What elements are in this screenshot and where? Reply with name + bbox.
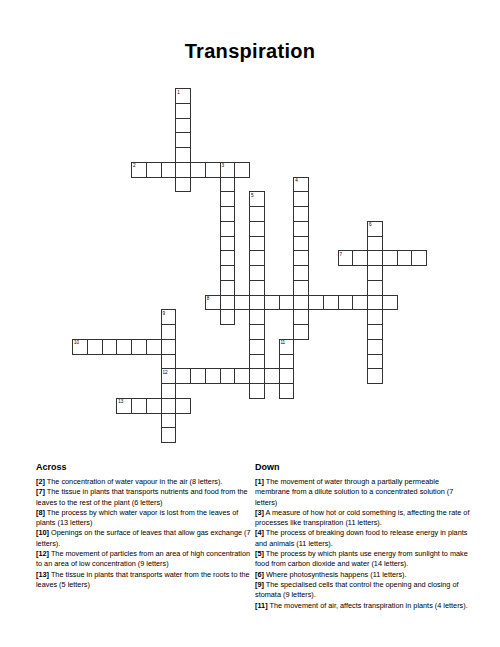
grid-cell[interactable] — [249, 383, 265, 399]
grid-cell[interactable] — [367, 324, 383, 340]
grid-cell[interactable] — [161, 398, 177, 414]
grid-cell[interactable] — [220, 177, 236, 193]
grid-cell[interactable] — [205, 368, 221, 384]
puzzle-page: Transpiration 12345678910111213 Across [… — [0, 0, 500, 647]
clue-number-label: [13] — [36, 570, 49, 579]
grid-cell[interactable] — [279, 295, 295, 311]
clue-item: [1] The movement of water through a part… — [255, 477, 471, 508]
grid-cell[interactable]: 13 — [116, 398, 132, 414]
grid-cell[interactable] — [411, 250, 427, 266]
grid-cell[interactable] — [352, 250, 368, 266]
down-heading: Down — [255, 462, 471, 472]
grid-cell[interactable]: 4 — [293, 177, 309, 193]
clue-item: [3] A measure of how hot or cold somethi… — [255, 508, 471, 529]
grid-cell[interactable] — [382, 250, 398, 266]
grid-cell[interactable] — [293, 309, 309, 325]
clue-number: 8 — [207, 296, 209, 301]
clue-item: [8] The process by which water vapor is … — [36, 508, 251, 529]
grid-cell[interactable] — [220, 295, 236, 311]
down-section: Down [1] The movement of water through a… — [255, 462, 471, 611]
clue-item: [7] The tissue in plants that transports… — [36, 487, 251, 508]
clue-number: 4 — [295, 178, 297, 183]
grid-cell[interactable] — [293, 236, 309, 252]
grid-cell[interactable] — [161, 324, 177, 340]
grid-cell[interactable] — [175, 368, 191, 384]
grid-cell[interactable]: 8 — [205, 295, 221, 311]
grid-cell[interactable] — [249, 206, 265, 222]
grid-cell[interactable] — [220, 191, 236, 207]
clue-number-label: [1] — [255, 477, 264, 486]
clue-number: 5 — [251, 193, 253, 198]
grid-cell[interactable] — [234, 295, 250, 311]
grid-cell[interactable] — [116, 339, 132, 355]
clue-number-label: [10] — [36, 528, 49, 537]
grid-cell[interactable] — [249, 250, 265, 266]
grid-cell[interactable] — [249, 280, 265, 296]
grid-cell[interactable] — [264, 368, 280, 384]
clue-number-label: [11] — [255, 601, 268, 610]
grid-cell[interactable] — [367, 309, 383, 325]
clue-number-label: [6] — [255, 570, 264, 579]
grid-cell[interactable] — [131, 339, 147, 355]
grid-cell[interactable] — [293, 250, 309, 266]
clue-item: [10] Openings on the surface of leaves t… — [36, 528, 251, 549]
grid-cell[interactable] — [175, 147, 191, 163]
grid-cell[interactable] — [249, 265, 265, 281]
clue-number: 13 — [118, 399, 123, 404]
clue-number: 12 — [163, 370, 168, 375]
clue-number-label: [3] — [255, 508, 264, 517]
clue-number: 2 — [133, 163, 135, 168]
clue-item: [2] The concentration of water vapour in… — [36, 477, 251, 487]
puzzle-title: Transpiration — [0, 40, 500, 63]
grid-cell[interactable] — [161, 383, 177, 399]
grid-cell[interactable] — [190, 368, 206, 384]
grid-cell[interactable] — [234, 162, 250, 178]
down-clue-list: [1] The movement of water through a part… — [255, 477, 471, 611]
grid-cell[interactable] — [293, 191, 309, 207]
clue-number-label: [12] — [36, 549, 49, 558]
clue-item: [12] The movement of particles from an a… — [36, 549, 251, 570]
clue-item: [11] The movement of air, affects transp… — [255, 601, 471, 611]
grid-cell[interactable] — [293, 206, 309, 222]
grid-cell[interactable] — [220, 265, 236, 281]
clue-number-label: [5] — [255, 549, 264, 558]
grid-cell[interactable] — [220, 309, 236, 325]
grid-cell[interactable] — [175, 132, 191, 148]
grid-cell[interactable] — [220, 280, 236, 296]
clue-item: [9] The specialised cells that control t… — [255, 580, 471, 601]
grid-cell[interactable]: 12 — [161, 368, 177, 384]
grid-cell[interactable] — [175, 177, 191, 193]
clue-number-label: [4] — [255, 528, 264, 537]
clue-number-label: [7] — [36, 487, 45, 496]
grid-cell[interactable] — [190, 162, 206, 178]
grid-cell[interactable] — [161, 427, 177, 443]
grid-cell[interactable] — [249, 339, 265, 355]
grid-cell[interactable] — [293, 280, 309, 296]
grid-cell[interactable] — [161, 354, 177, 370]
across-heading: Across — [36, 462, 251, 472]
grid-cell[interactable] — [220, 206, 236, 222]
grid-cell[interactable] — [367, 354, 383, 370]
clue-number: 6 — [369, 222, 371, 227]
across-section: Across [2] The concentration of water va… — [36, 462, 251, 590]
grid-cell[interactable] — [367, 280, 383, 296]
grid-cell[interactable] — [367, 339, 383, 355]
clue-item: [13] The tissue in plants that transport… — [36, 570, 251, 591]
grid-cell[interactable] — [382, 295, 398, 311]
grid-cell[interactable] — [279, 383, 295, 399]
grid-cell[interactable] — [131, 398, 147, 414]
clue-number: 10 — [74, 340, 79, 345]
grid-cell[interactable] — [293, 295, 309, 311]
clue-item: [5] The process by which plants use ener… — [255, 549, 471, 570]
grid-cell[interactable] — [249, 295, 265, 311]
grid-cell[interactable] — [397, 250, 413, 266]
grid-cell[interactable] — [175, 103, 191, 119]
grid-cell[interactable] — [367, 368, 383, 384]
grid-cell[interactable] — [249, 309, 265, 325]
clue-item: [6] Where photosynthesis happens (11 let… — [255, 570, 471, 580]
grid-cell[interactable] — [220, 236, 236, 252]
grid-cell[interactable] — [87, 339, 103, 355]
clue-number-label: [9] — [255, 580, 264, 589]
grid-cell[interactable]: 5 — [249, 191, 265, 207]
crossword-grid: 12345678910111213 — [72, 88, 428, 444]
grid-cell[interactable] — [161, 162, 177, 178]
grid-cell[interactable]: 6 — [367, 221, 383, 237]
grid-cell[interactable] — [293, 324, 309, 340]
grid-cell[interactable] — [367, 236, 383, 252]
grid-cell[interactable]: 3 — [220, 162, 236, 178]
across-clue-list: [2] The concentration of water vapour in… — [36, 477, 251, 590]
grid-cell[interactable] — [220, 250, 236, 266]
grid-cell[interactable] — [161, 413, 177, 429]
grid-cell[interactable] — [264, 295, 280, 311]
grid-cell[interactable] — [146, 398, 162, 414]
grid-cell[interactable] — [175, 118, 191, 134]
grid-cell[interactable]: 11 — [279, 339, 295, 355]
grid-cell[interactable] — [367, 265, 383, 281]
grid-cell[interactable] — [175, 162, 191, 178]
clue-number: 7 — [340, 252, 342, 257]
grid-cell[interactable] — [249, 368, 265, 384]
grid-cell[interactable] — [308, 295, 324, 311]
clue-number: 9 — [163, 311, 165, 316]
grid-cell[interactable]: 2 — [131, 162, 147, 178]
grid-cell[interactable] — [293, 265, 309, 281]
grid-cell[interactable] — [323, 295, 339, 311]
grid-cell[interactable] — [102, 339, 118, 355]
grid-cell[interactable] — [293, 221, 309, 237]
grid-cell[interactable] — [367, 295, 383, 311]
grid-cell[interactable] — [220, 368, 236, 384]
grid-cell[interactable] — [352, 295, 368, 311]
grid-cell[interactable] — [234, 368, 250, 384]
clue-number-label: [8] — [36, 508, 45, 517]
grid-cell[interactable] — [175, 398, 191, 414]
grid-cell[interactable] — [249, 354, 265, 370]
grid-cell[interactable] — [279, 368, 295, 384]
clue-number: 1 — [177, 90, 179, 95]
grid-cell[interactable]: 7 — [338, 250, 354, 266]
grid-cell[interactable] — [249, 324, 265, 340]
grid-cell[interactable] — [161, 339, 177, 355]
grid-cell[interactable] — [249, 236, 265, 252]
grid-cell[interactable]: 10 — [72, 339, 88, 355]
grid-cell[interactable] — [205, 162, 221, 178]
grid-cell[interactable] — [146, 162, 162, 178]
grid-cell[interactable] — [249, 221, 265, 237]
grid-cell[interactable] — [367, 250, 383, 266]
clue-number: 11 — [281, 340, 286, 345]
grid-cell[interactable] — [220, 221, 236, 237]
grid-cell[interactable]: 1 — [175, 88, 191, 104]
clue-number-label: [2] — [36, 477, 45, 486]
grid-cell[interactable]: 9 — [161, 309, 177, 325]
clue-item: [4] The process of breaking down food to… — [255, 528, 471, 549]
grid-cell[interactable] — [279, 354, 295, 370]
clue-number: 3 — [222, 163, 224, 168]
grid-cell[interactable] — [146, 339, 162, 355]
grid-cell[interactable] — [338, 295, 354, 311]
